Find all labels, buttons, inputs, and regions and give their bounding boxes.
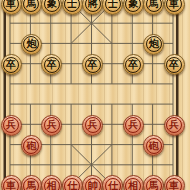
piece-red-soldier[interactable]: 兵 [164,115,185,136]
piece-black-soldier[interactable]: 卒 [1,54,22,75]
piece-black-cannon[interactable]: 炮 [21,34,42,55]
piece-red-elephant[interactable]: 相 [123,175,144,190]
piece-black-cannon[interactable]: 炮 [143,34,164,55]
piece-red-soldier[interactable]: 兵 [1,115,22,136]
piece-glyph: 砲 [23,138,39,154]
piece-glyph: 兵 [166,117,182,133]
piece-black-soldier[interactable]: 卒 [123,54,144,75]
piece-glyph: 卒 [44,57,60,73]
piece-black-soldier[interactable]: 卒 [164,54,185,75]
piece-red-chariot[interactable]: 車 [164,175,185,190]
piece-glyph: 士 [64,0,80,12]
piece-glyph: 仕 [64,178,80,190]
piece-glyph: 炮 [23,36,39,52]
piece-red-soldier[interactable]: 兵 [82,115,103,136]
piece-red-horse[interactable]: 馬 [143,175,164,190]
piece-glyph: 車 [166,178,182,190]
piece-glyph: 兵 [85,117,101,133]
piece-red-cannon[interactable]: 砲 [21,135,42,156]
piece-glyph: 馬 [23,0,39,12]
piece-black-advisor[interactable]: 士 [62,0,83,15]
piece-glyph: 帥 [85,178,101,190]
piece-glyph: 兵 [44,117,60,133]
piece-glyph: 象 [125,0,141,12]
board-grid [0,0,190,190]
xiangqi-board: 車馬象士將士象馬車炮炮卒卒卒卒卒兵兵兵兵兵砲砲車馬相仕帥仕相馬車 [0,0,190,190]
piece-glyph: 卒 [85,57,101,73]
piece-black-chariot[interactable]: 車 [164,0,185,15]
piece-red-soldier[interactable]: 兵 [41,115,62,136]
piece-glyph: 將 [85,0,101,12]
piece-black-soldier[interactable]: 卒 [82,54,103,75]
piece-glyph: 車 [3,178,19,190]
piece-glyph: 炮 [146,36,162,52]
piece-black-chariot[interactable]: 車 [1,0,22,15]
piece-glyph: 相 [125,178,141,190]
piece-red-advisor[interactable]: 仕 [102,175,123,190]
piece-glyph: 卒 [166,57,182,73]
piece-red-soldier[interactable]: 兵 [123,115,144,136]
piece-glyph: 相 [44,178,60,190]
piece-red-advisor[interactable]: 仕 [62,175,83,190]
piece-glyph: 砲 [146,138,162,154]
piece-glyph: 馬 [23,178,39,190]
piece-glyph: 車 [3,0,19,12]
piece-red-horse[interactable]: 馬 [21,175,42,190]
piece-red-general[interactable]: 帥 [82,175,103,190]
piece-glyph: 馬 [146,0,162,12]
piece-glyph: 象 [44,0,60,12]
piece-glyph: 馬 [146,178,162,190]
piece-glyph: 仕 [105,178,121,190]
piece-glyph: 卒 [125,57,141,73]
piece-red-chariot[interactable]: 車 [1,175,22,190]
piece-glyph: 兵 [125,117,141,133]
piece-glyph: 車 [166,0,182,12]
piece-glyph: 卒 [3,57,19,73]
piece-red-elephant[interactable]: 相 [41,175,62,190]
piece-glyph: 士 [105,0,121,12]
piece-glyph: 兵 [3,117,19,133]
